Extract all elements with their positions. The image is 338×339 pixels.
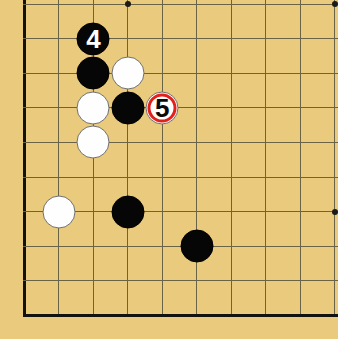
- stone-move-number: 4: [86, 26, 100, 52]
- stone-move-number: 5: [155, 95, 169, 121]
- grid-line-vertical: [334, 0, 335, 317]
- grid-line-horizontal: [23, 280, 338, 281]
- grid-line-horizontal: [23, 142, 338, 143]
- stone-black-c9: 4: [77, 22, 110, 55]
- grid-line-horizontal: [23, 177, 338, 178]
- grid-line-vertical: [127, 0, 128, 317]
- grid-line-vertical: [58, 0, 59, 317]
- grid-line-vertical: [265, 0, 266, 317]
- grid-line-vertical: [300, 0, 301, 317]
- stone-white-c6: [77, 126, 110, 159]
- go-board-diagram: 45: [0, 0, 338, 339]
- stone-black-c8: [77, 57, 110, 90]
- grid-line-horizontal: [23, 107, 338, 108]
- grid-line-horizontal: [23, 73, 338, 74]
- grid-line-vertical: [196, 0, 197, 317]
- stone-black-f3: [180, 230, 213, 263]
- stone-black-d4: [111, 195, 144, 228]
- board-bottom-edge-line: [23, 314, 338, 317]
- star-point-k4: [332, 209, 338, 215]
- grid-line-vertical: [162, 0, 163, 317]
- stone-white-d8: [111, 57, 144, 90]
- stone-white-b4: [42, 195, 75, 228]
- stone-white-e7: 5: [146, 91, 179, 124]
- star-point-k10: [332, 1, 338, 7]
- stone-white-c7: [77, 91, 110, 124]
- board-left-edge-line: [23, 0, 26, 317]
- grid-line-horizontal: [23, 38, 338, 39]
- grid-line-horizontal: [23, 4, 338, 5]
- star-point-d10: [125, 1, 131, 7]
- grid-line-vertical: [231, 0, 232, 317]
- stone-black-d7: [111, 91, 144, 124]
